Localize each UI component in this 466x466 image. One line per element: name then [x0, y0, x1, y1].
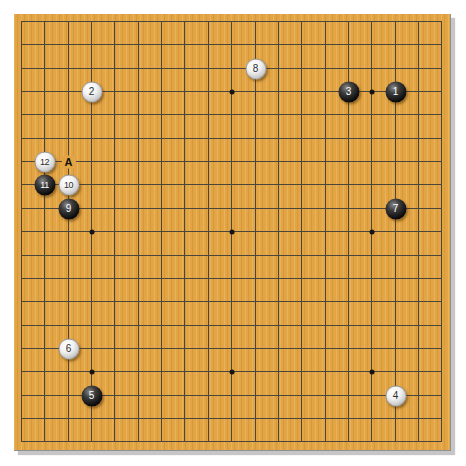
grid-line-vertical: [441, 21, 442, 442]
grid-line-vertical: [418, 21, 419, 442]
star-point: [369, 89, 374, 94]
black-stone-5: 5: [81, 385, 102, 406]
black-stone-7: 7: [385, 198, 406, 219]
white-stone-8: 8: [245, 58, 266, 79]
grid-line-horizontal: [21, 278, 442, 279]
grid-line-horizontal: [21, 325, 442, 326]
grid-line-vertical: [325, 21, 326, 442]
white-stone-10: 10: [58, 174, 79, 195]
white-stone-4: 4: [385, 385, 406, 406]
grid-line-vertical: [278, 21, 279, 442]
black-stone-11: 11: [34, 174, 55, 195]
star-point: [229, 229, 234, 234]
go-board[interactable]: A123456789101112: [14, 14, 451, 451]
star-point: [369, 229, 374, 234]
star-point: [229, 89, 234, 94]
board-grid: A123456789101112: [21, 21, 442, 442]
grid-line-horizontal: [21, 255, 442, 256]
grid-line-horizontal: [21, 441, 442, 442]
star-point: [89, 369, 94, 374]
white-stone-2: 2: [81, 81, 102, 102]
grid-line-vertical: [301, 21, 302, 442]
grid-line-horizontal: [21, 301, 442, 302]
star-point: [369, 369, 374, 374]
grid-line-horizontal: [21, 418, 442, 419]
grid-line-horizontal: [21, 348, 442, 349]
star-point: [229, 369, 234, 374]
star-point: [89, 229, 94, 234]
point-label-a: A: [62, 155, 76, 168]
white-stone-12: 12: [34, 151, 55, 172]
white-stone-6: 6: [58, 338, 79, 359]
diagram-background: A123456789101112: [0, 0, 466, 466]
black-stone-3: 3: [338, 81, 359, 102]
black-stone-1: 1: [385, 81, 406, 102]
black-stone-9: 9: [58, 198, 79, 219]
grid-line-vertical: [255, 21, 256, 442]
